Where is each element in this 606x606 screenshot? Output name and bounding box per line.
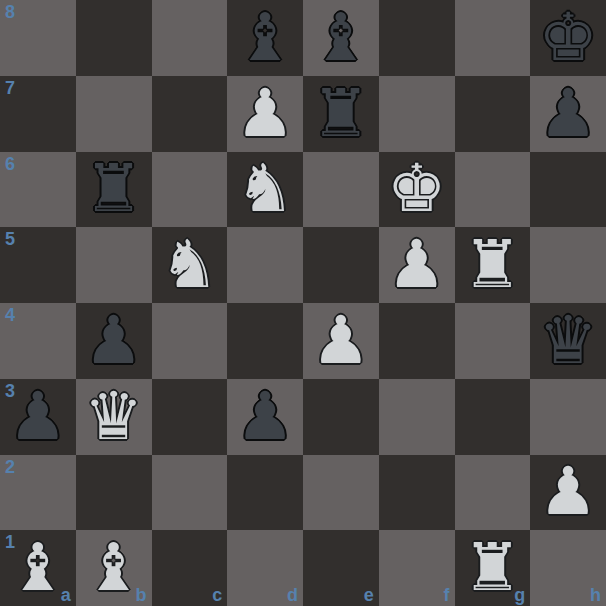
square-f8[interactable] [379,0,455,76]
square-g5[interactable]: ♜ [455,227,531,303]
square-a3[interactable]: 3♟ [0,379,76,455]
square-e7[interactable]: ♜ [303,76,379,152]
square-b4[interactable]: ♟ [76,303,152,379]
piece-white-rook[interactable]: ♜ [455,227,531,303]
square-e2[interactable] [303,455,379,531]
square-e1[interactable]: e [303,530,379,606]
square-f7[interactable] [379,76,455,152]
square-g7[interactable] [455,76,531,152]
square-b6[interactable]: ♜ [76,152,152,228]
file-label-d: d [287,586,298,604]
square-h1[interactable]: h [530,530,606,606]
square-f4[interactable] [379,303,455,379]
piece-black-king[interactable]: ♚ [530,0,606,76]
square-a7[interactable]: 7 [0,76,76,152]
square-g6[interactable] [455,152,531,228]
square-g3[interactable] [455,379,531,455]
square-a2[interactable]: 2 [0,455,76,531]
rank-label-2: 2 [5,458,15,476]
square-d8[interactable]: ♝ [227,0,303,76]
square-f1[interactable]: f [379,530,455,606]
square-e5[interactable] [303,227,379,303]
piece-black-pawn[interactable]: ♟ [227,379,303,455]
rank-label-6: 6 [5,155,15,173]
square-c4[interactable] [152,303,228,379]
piece-black-queen[interactable]: ♛ [530,303,606,379]
piece-white-pawn[interactable]: ♟ [303,303,379,379]
square-e3[interactable] [303,379,379,455]
square-h3[interactable] [530,379,606,455]
square-h7[interactable]: ♟ [530,76,606,152]
square-e6[interactable] [303,152,379,228]
piece-white-king[interactable]: ♚ [379,152,455,228]
square-h2[interactable]: ♟ [530,455,606,531]
square-c6[interactable] [152,152,228,228]
piece-white-rook[interactable]: ♜ [455,530,531,606]
piece-black-pawn[interactable]: ♟ [76,303,152,379]
square-b5[interactable] [76,227,152,303]
piece-black-rook[interactable]: ♜ [303,76,379,152]
square-e8[interactable]: ♝ [303,0,379,76]
square-h8[interactable]: ♚ [530,0,606,76]
file-label-e: e [364,586,374,604]
piece-white-knight[interactable]: ♞ [152,227,228,303]
square-b7[interactable] [76,76,152,152]
square-f5[interactable]: ♟ [379,227,455,303]
square-f2[interactable] [379,455,455,531]
square-d7[interactable]: ♟ [227,76,303,152]
square-a8[interactable]: 8 [0,0,76,76]
square-b1[interactable]: b♝ [76,530,152,606]
file-label-h: h [590,586,601,604]
square-d6[interactable]: ♞ [227,152,303,228]
file-label-f: f [444,586,450,604]
piece-black-bishop[interactable]: ♝ [303,0,379,76]
piece-white-pawn[interactable]: ♟ [530,455,606,531]
square-a1[interactable]: 1a♝ [0,530,76,606]
piece-white-knight[interactable]: ♞ [227,152,303,228]
rank-label-4: 4 [5,306,15,324]
square-c7[interactable] [152,76,228,152]
square-c5[interactable]: ♞ [152,227,228,303]
square-h4[interactable]: ♛ [530,303,606,379]
square-b8[interactable] [76,0,152,76]
square-b2[interactable] [76,455,152,531]
piece-white-pawn[interactable]: ♟ [379,227,455,303]
piece-black-rook[interactable]: ♜ [76,152,152,228]
square-d2[interactable] [227,455,303,531]
piece-black-bishop[interactable]: ♝ [227,0,303,76]
square-c2[interactable] [152,455,228,531]
rank-label-5: 5 [5,230,15,248]
square-a5[interactable]: 5 [0,227,76,303]
square-c1[interactable]: c [152,530,228,606]
square-a4[interactable]: 4 [0,303,76,379]
piece-white-queen[interactable]: ♛ [76,379,152,455]
piece-white-pawn[interactable]: ♟ [227,76,303,152]
square-d4[interactable] [227,303,303,379]
square-d1[interactable]: d [227,530,303,606]
piece-black-pawn[interactable]: ♟ [530,76,606,152]
square-a6[interactable]: 6 [0,152,76,228]
square-g1[interactable]: g♜ [455,530,531,606]
square-f3[interactable] [379,379,455,455]
piece-black-pawn[interactable]: ♟ [0,379,76,455]
piece-white-bishop[interactable]: ♝ [0,530,76,606]
piece-white-bishop[interactable]: ♝ [76,530,152,606]
rank-label-7: 7 [5,79,15,97]
square-b3[interactable]: ♛ [76,379,152,455]
square-g4[interactable] [455,303,531,379]
square-d5[interactable] [227,227,303,303]
file-label-c: c [212,586,222,604]
square-h5[interactable] [530,227,606,303]
square-d3[interactable]: ♟ [227,379,303,455]
square-c3[interactable] [152,379,228,455]
square-h6[interactable] [530,152,606,228]
square-e4[interactable]: ♟ [303,303,379,379]
square-f6[interactable]: ♚ [379,152,455,228]
rank-label-8: 8 [5,3,15,21]
square-g8[interactable] [455,0,531,76]
chess-board: 8♝♝♚7♟♜♟6♜♞♚5♞♟♜4♟♟♛3♟♛♟2♟1a♝b♝cdefg♜h [0,0,606,606]
square-g2[interactable] [455,455,531,531]
square-c8[interactable] [152,0,228,76]
